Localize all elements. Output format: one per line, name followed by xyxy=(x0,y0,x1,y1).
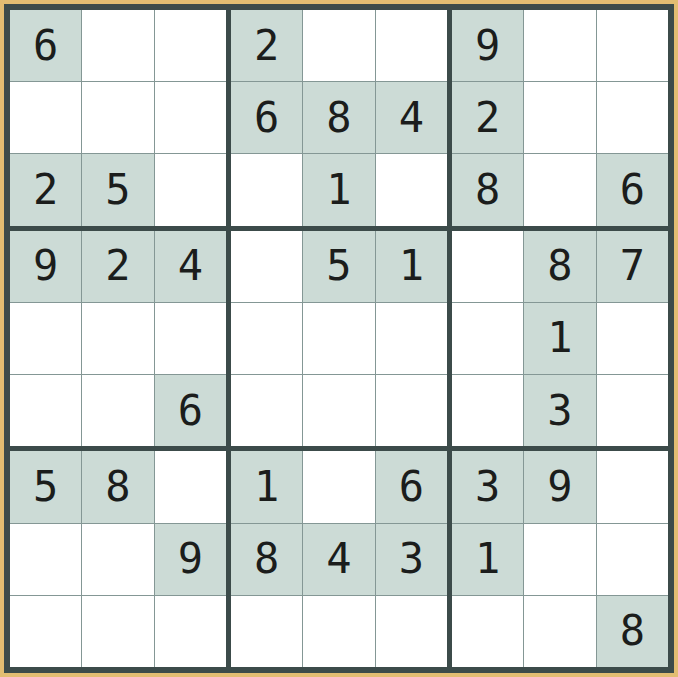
cell-r1c4[interactable]: 2 xyxy=(231,10,302,81)
cell-r8c4[interactable]: 8 xyxy=(231,524,302,595)
cell-r7c9[interactable] xyxy=(597,451,668,522)
cell-r9c9[interactable]: 8 xyxy=(597,596,668,667)
sudoku-board: 6252684192869246518713589168433918 xyxy=(10,10,668,667)
cell-r2c2[interactable] xyxy=(82,82,153,153)
cell-r1c1[interactable]: 6 xyxy=(10,10,81,81)
cell-r4c1[interactable]: 9 xyxy=(10,231,81,302)
cell-r8c1[interactable] xyxy=(10,524,81,595)
cell-r4c7[interactable] xyxy=(452,231,523,302)
block-1-1: 625 xyxy=(10,10,226,226)
cell-r8c5[interactable]: 4 xyxy=(303,524,374,595)
cell-r4c4[interactable] xyxy=(231,231,302,302)
cell-r6c4[interactable] xyxy=(231,375,302,446)
block-2-3: 8713 xyxy=(452,231,668,447)
cell-r1c3[interactable] xyxy=(155,10,226,81)
cell-r3c4[interactable] xyxy=(231,154,302,225)
cell-r9c5[interactable] xyxy=(303,596,374,667)
cell-r1c5[interactable] xyxy=(303,10,374,81)
cell-r5c5[interactable] xyxy=(303,303,374,374)
cell-r5c2[interactable] xyxy=(82,303,153,374)
block-2-2: 51 xyxy=(231,231,447,447)
block-2-1: 9246 xyxy=(10,231,226,447)
cell-r7c5[interactable] xyxy=(303,451,374,522)
cell-r4c5[interactable]: 5 xyxy=(303,231,374,302)
cell-r1c2[interactable] xyxy=(82,10,153,81)
cell-r2c5[interactable]: 8 xyxy=(303,82,374,153)
cell-r4c9[interactable]: 7 xyxy=(597,231,668,302)
cell-r4c6[interactable]: 1 xyxy=(376,231,447,302)
cell-r1c8[interactable] xyxy=(524,10,595,81)
cell-r5c6[interactable] xyxy=(376,303,447,374)
cell-r6c3[interactable]: 6 xyxy=(155,375,226,446)
cell-r3c3[interactable] xyxy=(155,154,226,225)
cell-r5c8[interactable]: 1 xyxy=(524,303,595,374)
cell-r1c9[interactable] xyxy=(597,10,668,81)
cell-r9c2[interactable] xyxy=(82,596,153,667)
cell-r3c9[interactable]: 6 xyxy=(597,154,668,225)
cell-r8c7[interactable]: 1 xyxy=(452,524,523,595)
cell-r2c9[interactable] xyxy=(597,82,668,153)
cell-r2c7[interactable]: 2 xyxy=(452,82,523,153)
block-3-3: 3918 xyxy=(452,451,668,667)
block-1-3: 9286 xyxy=(452,10,668,226)
cell-r9c4[interactable] xyxy=(231,596,302,667)
cell-r2c6[interactable]: 4 xyxy=(376,82,447,153)
cell-r1c7[interactable]: 9 xyxy=(452,10,523,81)
cell-r6c6[interactable] xyxy=(376,375,447,446)
cell-r9c3[interactable] xyxy=(155,596,226,667)
cell-r5c3[interactable] xyxy=(155,303,226,374)
cell-r4c2[interactable]: 2 xyxy=(82,231,153,302)
cell-r7c2[interactable]: 8 xyxy=(82,451,153,522)
cell-r3c2[interactable]: 5 xyxy=(82,154,153,225)
cell-r9c8[interactable] xyxy=(524,596,595,667)
cell-r2c4[interactable]: 6 xyxy=(231,82,302,153)
cell-r7c6[interactable]: 6 xyxy=(376,451,447,522)
cell-r8c2[interactable] xyxy=(82,524,153,595)
cell-r3c6[interactable] xyxy=(376,154,447,225)
cell-r2c8[interactable] xyxy=(524,82,595,153)
cell-r5c1[interactable] xyxy=(10,303,81,374)
cell-r6c2[interactable] xyxy=(82,375,153,446)
board-frame: 6252684192869246518713589168433918 xyxy=(0,0,678,677)
cell-r2c3[interactable] xyxy=(155,82,226,153)
cell-r7c4[interactable]: 1 xyxy=(231,451,302,522)
cell-r7c7[interactable]: 3 xyxy=(452,451,523,522)
cell-r6c1[interactable] xyxy=(10,375,81,446)
cell-r6c8[interactable]: 3 xyxy=(524,375,595,446)
board-border: 6252684192869246518713589168433918 xyxy=(4,4,674,673)
cell-r9c6[interactable] xyxy=(376,596,447,667)
cell-r5c9[interactable] xyxy=(597,303,668,374)
cell-r8c6[interactable]: 3 xyxy=(376,524,447,595)
cell-r9c7[interactable] xyxy=(452,596,523,667)
cell-r6c5[interactable] xyxy=(303,375,374,446)
block-3-2: 16843 xyxy=(231,451,447,667)
cell-r5c7[interactable] xyxy=(452,303,523,374)
block-1-2: 26841 xyxy=(231,10,447,226)
cell-r4c8[interactable]: 8 xyxy=(524,231,595,302)
cell-r8c9[interactable] xyxy=(597,524,668,595)
cell-r8c3[interactable]: 9 xyxy=(155,524,226,595)
cell-r5c4[interactable] xyxy=(231,303,302,374)
cell-r7c8[interactable]: 9 xyxy=(524,451,595,522)
cell-r7c3[interactable] xyxy=(155,451,226,522)
cell-r4c3[interactable]: 4 xyxy=(155,231,226,302)
block-3-1: 589 xyxy=(10,451,226,667)
cell-r6c9[interactable] xyxy=(597,375,668,446)
cell-r3c7[interactable]: 8 xyxy=(452,154,523,225)
cell-r9c1[interactable] xyxy=(10,596,81,667)
cell-r3c8[interactable] xyxy=(524,154,595,225)
cell-r3c5[interactable]: 1 xyxy=(303,154,374,225)
cell-r6c7[interactable] xyxy=(452,375,523,446)
cell-r2c1[interactable] xyxy=(10,82,81,153)
cell-r1c6[interactable] xyxy=(376,10,447,81)
cell-r3c1[interactable]: 2 xyxy=(10,154,81,225)
cell-r8c8[interactable] xyxy=(524,524,595,595)
cell-r7c1[interactable]: 5 xyxy=(10,451,81,522)
